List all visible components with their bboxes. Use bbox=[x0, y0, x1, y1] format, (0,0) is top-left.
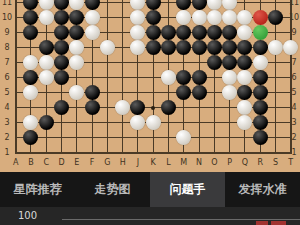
stone-black-P7 bbox=[222, 55, 237, 70]
stone-black-E9 bbox=[69, 25, 84, 40]
stone-black-O9 bbox=[207, 25, 222, 40]
coordinate-label: 5 bbox=[4, 89, 9, 97]
coordinate-label: S bbox=[273, 159, 278, 167]
stone-white-K3 bbox=[146, 115, 161, 130]
coordinate-label: D bbox=[58, 159, 64, 167]
stone-white-O10 bbox=[207, 10, 222, 25]
stone-white-G8 bbox=[100, 40, 115, 55]
star-point bbox=[151, 106, 155, 110]
stone-white-P6 bbox=[222, 70, 237, 85]
coordinate-label: 1 bbox=[4, 149, 9, 157]
stone-black-D4 bbox=[54, 100, 69, 115]
stone-white-S8 bbox=[268, 40, 283, 55]
coordinate-label: T bbox=[288, 159, 293, 167]
coordinate-label: 4 bbox=[291, 104, 296, 112]
stone-white-B3 bbox=[23, 115, 38, 130]
stone-white-L6 bbox=[161, 70, 176, 85]
coordinate-label: A bbox=[13, 159, 18, 167]
stone-white-E7 bbox=[69, 55, 84, 70]
coordinate-label: J bbox=[137, 159, 139, 167]
stone-white-E11 bbox=[69, 0, 84, 10]
chart-axis-line bbox=[62, 219, 300, 220]
stone-white-Q10 bbox=[237, 10, 252, 25]
stone-black-F4 bbox=[85, 100, 100, 115]
stone-white-H4 bbox=[115, 100, 130, 115]
stone-black-Q7 bbox=[237, 55, 252, 70]
coordinate-label: 6 bbox=[4, 74, 9, 82]
stone-white-P5 bbox=[222, 85, 237, 100]
stone-white-B5 bbox=[23, 85, 38, 100]
stone-black-C3 bbox=[39, 115, 54, 130]
coordinate-label: 5 bbox=[291, 89, 296, 97]
stone-black-Q8 bbox=[237, 40, 252, 55]
chart-red-mark bbox=[256, 221, 268, 225]
stone-white-C6 bbox=[39, 70, 54, 85]
tab-golaxy-recommend[interactable]: 星阵推荐 bbox=[0, 172, 75, 207]
coordinate-label: 9 bbox=[4, 29, 9, 37]
coordinate-label: 10 bbox=[289, 14, 299, 22]
coordinate-label: N bbox=[196, 159, 202, 167]
stone-white-Q4 bbox=[237, 100, 252, 115]
coordinate-label: 7 bbox=[291, 59, 296, 67]
coordinate-label: R bbox=[257, 159, 263, 167]
stone-black-O7 bbox=[207, 55, 222, 70]
stone-black-R6 bbox=[253, 70, 268, 85]
stone-white-O11 bbox=[207, 0, 222, 10]
coordinate-label: E bbox=[74, 159, 79, 167]
stone-black-N9 bbox=[192, 25, 207, 40]
coordinate-label: 11 bbox=[2, 0, 12, 7]
stone-black-Q5 bbox=[237, 85, 252, 100]
stone-black-R3 bbox=[253, 115, 268, 130]
coordinate-label: O bbox=[211, 159, 217, 167]
coordinate-label: F bbox=[90, 159, 95, 167]
coordinate-label: K bbox=[151, 159, 156, 167]
stone-white-F10 bbox=[85, 10, 100, 25]
chart-red-mark bbox=[271, 221, 286, 225]
stone-white-N10 bbox=[192, 10, 207, 25]
tab-performance-level[interactable]: 发挥水准 bbox=[225, 172, 300, 207]
stone-black-M9 bbox=[176, 25, 191, 40]
coordinate-label: 8 bbox=[4, 44, 9, 52]
stone-black-P9 bbox=[222, 25, 237, 40]
stone-white-E5 bbox=[69, 85, 84, 100]
stone-black-L8 bbox=[161, 40, 176, 55]
stone-black-D9 bbox=[54, 25, 69, 40]
stone-black-N6 bbox=[192, 70, 207, 85]
stone-black-C8 bbox=[39, 40, 54, 55]
coordinate-label: B bbox=[28, 159, 34, 167]
coordinate-label: H bbox=[120, 159, 126, 167]
stone-white-C7 bbox=[39, 55, 54, 70]
stone-black-R5 bbox=[253, 85, 268, 100]
problem-moves-chart-strip: 100 bbox=[0, 207, 300, 225]
stone-white-C11 bbox=[39, 0, 54, 10]
stone-white-J11 bbox=[130, 0, 145, 10]
coordinate-label: M bbox=[180, 159, 187, 167]
stone-white-J10 bbox=[130, 10, 145, 25]
coordinate-label: 6 bbox=[291, 74, 296, 82]
stone-white-T8 bbox=[283, 40, 298, 55]
coordinate-label: 3 bbox=[4, 119, 9, 127]
stone-black-F11 bbox=[85, 0, 100, 10]
stone-black-S10 bbox=[268, 10, 283, 25]
stone-black-N8 bbox=[192, 40, 207, 55]
stone-black-R4 bbox=[253, 100, 268, 115]
stone-white-Q3 bbox=[237, 115, 252, 130]
stone-black-K10 bbox=[146, 10, 161, 25]
coordinate-label: 9 bbox=[291, 29, 296, 37]
stone-black-K9 bbox=[146, 25, 161, 40]
stone-white-P10 bbox=[222, 10, 237, 25]
stone-white-P11 bbox=[222, 0, 237, 10]
stone-black-O8 bbox=[207, 40, 222, 55]
grid-line bbox=[15, 152, 292, 154]
analysis-tab-bar: 星阵推荐 走势图 问题手 发挥水准 bbox=[0, 172, 300, 207]
stone-black-M11 bbox=[176, 0, 191, 10]
stone-black-P8 bbox=[222, 40, 237, 55]
stone-red-R10 bbox=[253, 10, 268, 25]
stone-black-D11 bbox=[54, 0, 69, 10]
stone-white-E8 bbox=[69, 40, 84, 55]
coordinate-label: C bbox=[43, 159, 49, 167]
stone-black-B11 bbox=[23, 0, 38, 10]
stone-black-B10 bbox=[23, 10, 38, 25]
chart-y-axis-label: 100 bbox=[18, 210, 37, 221]
coordinate-label: 2 bbox=[291, 134, 296, 142]
stone-black-J4 bbox=[130, 100, 145, 115]
coordinate-label: 10 bbox=[2, 14, 12, 22]
stone-white-F9 bbox=[85, 25, 100, 40]
coordinate-label: 4 bbox=[4, 104, 9, 112]
coordinate-label: 7 bbox=[4, 59, 9, 67]
go-analysis-app: 11111010998877665544332211ABCDEFGHJKLMNO… bbox=[0, 0, 300, 225]
tab-problem-moves[interactable]: 问题手 bbox=[150, 172, 225, 207]
stone-black-N11 bbox=[192, 0, 207, 10]
tab-trend-graph[interactable]: 走势图 bbox=[75, 172, 150, 207]
stone-white-M2 bbox=[176, 130, 191, 145]
stone-black-L9 bbox=[161, 25, 176, 40]
stone-white-M10 bbox=[176, 10, 191, 25]
stone-black-D7 bbox=[54, 55, 69, 70]
stone-black-B6 bbox=[23, 70, 38, 85]
stone-white-Q6 bbox=[237, 70, 252, 85]
stone-black-M5 bbox=[176, 85, 191, 100]
stone-black-F5 bbox=[85, 85, 100, 100]
grid-line bbox=[15, 137, 292, 138]
stone-black-D10 bbox=[54, 10, 69, 25]
coordinate-label: P bbox=[227, 159, 232, 167]
stone-white-J9 bbox=[130, 25, 145, 40]
stone-black-R8 bbox=[253, 40, 268, 55]
stone-white-C10 bbox=[39, 10, 54, 25]
stone-black-R2 bbox=[253, 130, 268, 145]
stone-black-M6 bbox=[176, 70, 191, 85]
stone-black-E10 bbox=[69, 10, 84, 25]
stone-black-D6 bbox=[54, 70, 69, 85]
stone-white-B7 bbox=[23, 55, 38, 70]
stone-black-M8 bbox=[176, 40, 191, 55]
coordinate-label: 2 bbox=[4, 134, 9, 142]
coordinate-label: 1 bbox=[291, 149, 296, 157]
coordinate-label: G bbox=[104, 159, 110, 167]
stone-black-L4 bbox=[161, 100, 176, 115]
stone-black-K11 bbox=[146, 0, 161, 10]
coordinate-label: L bbox=[166, 159, 170, 167]
stone-black-B2 bbox=[23, 130, 38, 145]
stone-black-B9 bbox=[23, 25, 38, 40]
stone-white-J3 bbox=[130, 115, 145, 130]
stone-black-D8 bbox=[54, 40, 69, 55]
coordinate-label: 3 bbox=[291, 119, 296, 127]
stone-white-J8 bbox=[130, 40, 145, 55]
stone-white-R7 bbox=[253, 55, 268, 70]
go-board[interactable]: 11111010998877665544332211ABCDEFGHJKLMNO… bbox=[0, 0, 300, 172]
stone-white-Q9 bbox=[237, 25, 252, 40]
coordinate-label: Q bbox=[242, 159, 248, 167]
stone-black-K8 bbox=[146, 40, 161, 55]
stone-green-R9 bbox=[253, 25, 268, 40]
coordinate-label: 11 bbox=[289, 0, 299, 7]
stone-black-N5 bbox=[192, 85, 207, 100]
